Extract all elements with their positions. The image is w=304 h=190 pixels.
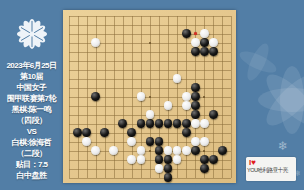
stone-black [191, 101, 200, 110]
stone-white [127, 137, 136, 146]
stone-white [146, 110, 155, 119]
stone-white [137, 146, 146, 155]
stone-white [182, 101, 191, 110]
stone-white [109, 146, 118, 155]
stone-black [191, 146, 200, 155]
grid-line-vertical [231, 16, 232, 178]
info-line-2: 中国女子 [0, 82, 67, 93]
info-line-10: 白中盘胜 [0, 170, 67, 181]
stone-black [182, 29, 191, 38]
stone-black [200, 38, 209, 47]
info-panel: 2023年6月25日第10届中国女子围甲联赛第7轮黑棋:陈一鸣（四段）VS白棋:… [0, 0, 63, 190]
info-line-4: 黑棋:陈一鸣 [0, 104, 67, 115]
info-line-0: 2023年6月25日 [0, 60, 67, 71]
stone-black [164, 164, 173, 173]
stone-black [82, 128, 91, 137]
flower-logo [3, 6, 60, 62]
watermark-heart: I♥ [246, 157, 296, 167]
stone-black [164, 119, 173, 128]
stone-white [191, 137, 200, 146]
stone-black [127, 128, 136, 137]
stone-black [218, 146, 227, 155]
last-move-marker [194, 32, 197, 35]
stone-black [155, 155, 164, 164]
stone-black [200, 164, 209, 173]
stone-white [164, 146, 173, 155]
stone-black [146, 137, 155, 146]
info-line-9: 贴目：7.5 [0, 159, 67, 170]
stone-white [200, 119, 209, 128]
info-line-7: 白棋:徐海哲 [0, 137, 67, 148]
stone-white [182, 92, 191, 101]
stone-black [209, 155, 218, 164]
watermark-text: YOU哈利路亚十亮 [246, 167, 292, 174]
info-line-6: VS [0, 126, 67, 137]
snowflake-icon: ❄ [278, 139, 288, 153]
stone-black [191, 92, 200, 101]
grid-line-horizontal [69, 106, 232, 107]
grid-line-horizontal [69, 178, 232, 179]
stone-white [137, 155, 146, 164]
match-info: 2023年6月25日第10届中国女子围甲联赛第7轮黑棋:陈一鸣（四段）VS白棋:… [0, 60, 67, 181]
stone-white [137, 92, 146, 101]
info-line-5: （四段） [0, 115, 67, 126]
stone-white [91, 146, 100, 155]
watermark: I♥ YOU哈利路亚十亮 [246, 157, 296, 181]
stone-white [200, 137, 209, 146]
stone-black [182, 119, 191, 128]
stone-white [91, 38, 100, 47]
screenshot-root: ❄ ❄ [0, 0, 304, 190]
stone-black [200, 47, 209, 56]
stone-white [155, 164, 164, 173]
stone-black [164, 173, 173, 182]
stone-white [82, 137, 91, 146]
stone-black [209, 110, 218, 119]
stone-black [155, 146, 164, 155]
stone-white [173, 74, 182, 83]
stone-black [146, 119, 155, 128]
stone-white [200, 29, 209, 38]
stone-white [127, 155, 136, 164]
stone-black [173, 119, 182, 128]
go-board [63, 10, 236, 183]
stone-black [182, 128, 191, 137]
stone-black [73, 128, 82, 137]
stone-black [209, 47, 218, 56]
stone-black [200, 155, 209, 164]
stone-black [155, 119, 164, 128]
stone-white [182, 146, 191, 155]
stone-black [164, 155, 173, 164]
stone-black [191, 110, 200, 119]
stone-black [155, 137, 164, 146]
info-line-8: （二段） [0, 148, 67, 159]
stone-black [100, 128, 109, 137]
stone-black [137, 119, 146, 128]
stone-white [173, 155, 182, 164]
info-line-3: 围甲联赛第7轮 [0, 93, 67, 104]
stone-black [191, 47, 200, 56]
stone-black [191, 83, 200, 92]
stone-white [191, 119, 200, 128]
stone-black [91, 92, 100, 101]
stone-white [209, 38, 218, 47]
grid-line-horizontal [69, 133, 232, 134]
stone-black [118, 119, 127, 128]
stone-white [191, 38, 200, 47]
stone-white [173, 146, 182, 155]
info-line-1: 第10届 [0, 71, 67, 82]
stone-white [164, 101, 173, 110]
